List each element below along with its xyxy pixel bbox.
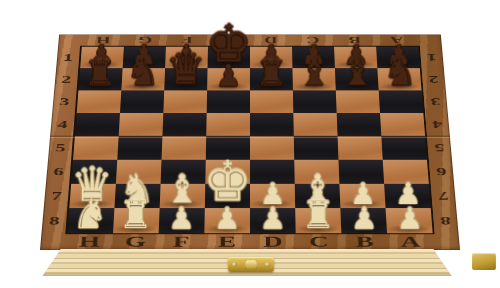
chess-board: HGFEDCBA 12345678 12345678 HGFEDCBA ♟♟♟♚… xyxy=(40,36,460,250)
dark-knight-glyph: ♞ xyxy=(126,55,159,90)
piece-dark-bishop-C2: ♝ xyxy=(292,68,335,90)
light-pawn-glyph: ♟ xyxy=(396,204,423,232)
piece-dark-rook-H2: ♜ xyxy=(78,68,122,90)
brass-clasp xyxy=(228,257,274,272)
dark-queen-glyph: ♛ xyxy=(166,47,206,90)
rank-label-right-1: 1 xyxy=(420,47,444,69)
piece-light-pawn-B8: ♟ xyxy=(340,208,387,233)
piece-light-knight-H8: ♞ xyxy=(67,208,114,233)
light-pawn-glyph: ♟ xyxy=(351,204,378,232)
light-rook-glyph: ♜ xyxy=(119,197,153,233)
file-labels-bottom: HGFEDCBA xyxy=(66,233,434,250)
file-label-top-E: E xyxy=(208,35,250,46)
pieces-layer: ♟♟♟♚♟♟♟♟♜♞♛♟♜♝♝♞♛♞♝♚♟♝♟♟♞♜♟♟♟♜♟♟ xyxy=(40,35,460,250)
piece-dark-bishop-B2: ♝ xyxy=(335,68,379,90)
dark-pawn-glyph: ♟ xyxy=(216,63,241,90)
rank-label-right-5: 5 xyxy=(427,136,452,160)
light-rook-glyph: ♜ xyxy=(302,197,336,233)
dark-knight-glyph: ♞ xyxy=(383,55,416,90)
piece-light-pawn-F8: ♟ xyxy=(159,208,205,233)
piece-dark-queen-F2: ♛ xyxy=(164,68,207,90)
rank-label-right-6: 6 xyxy=(429,160,454,184)
file-label-top-B: B xyxy=(334,35,376,46)
file-labels-top: HGFEDCBA xyxy=(82,35,418,46)
rank-label-right-7: 7 xyxy=(431,184,457,209)
file-label-top-A: A xyxy=(375,35,418,46)
clasp-screw xyxy=(232,262,237,267)
box-front-edge xyxy=(40,249,460,276)
rank-label-right-4: 4 xyxy=(425,113,450,136)
piece-dark-knight-A2: ♞ xyxy=(377,68,421,90)
light-pawn-glyph: ♟ xyxy=(214,204,241,232)
light-pawn-glyph: ♟ xyxy=(259,204,286,232)
file-label-top-H: H xyxy=(82,35,125,46)
dark-bishop-glyph: ♝ xyxy=(298,55,331,90)
light-knight-glyph: ♞ xyxy=(72,195,108,233)
piece-light-pawn-E8: ♟ xyxy=(204,208,250,233)
rank-label-right-3: 3 xyxy=(423,90,447,113)
piece-dark-rook-D2: ♜ xyxy=(250,68,293,90)
rank-label-right-2: 2 xyxy=(422,68,446,90)
piece-light-rook-C8: ♜ xyxy=(295,208,341,233)
product-photo-scene: HGFEDCBA 12345678 12345678 HGFEDCBA ♟♟♟♚… xyxy=(0,0,500,288)
dark-rook-glyph: ♜ xyxy=(256,56,288,90)
clasp-screw xyxy=(265,262,270,267)
file-label-top-F: F xyxy=(166,35,208,46)
piece-dark-pawn-E2: ♟ xyxy=(207,68,250,90)
file-label-top-C: C xyxy=(292,35,334,46)
board-plane: HGFEDCBA 12345678 12345678 HGFEDCBA ♟♟♟♚… xyxy=(40,35,460,250)
piece-light-pawn-A8: ♟ xyxy=(386,208,433,233)
piece-light-rook-G8: ♜ xyxy=(113,208,160,233)
dark-rook-glyph: ♜ xyxy=(84,56,116,90)
file-label-top-G: G xyxy=(124,35,166,46)
dark-bishop-glyph: ♝ xyxy=(340,55,373,90)
light-pawn-glyph: ♟ xyxy=(168,204,195,232)
brass-hinge xyxy=(472,253,496,270)
rank-label-right-8: 8 xyxy=(433,208,459,233)
clasp-keeper xyxy=(245,260,257,269)
piece-light-pawn-D8: ♟ xyxy=(250,208,296,233)
piece-dark-knight-G2: ♞ xyxy=(121,68,165,90)
file-label-top-D: D xyxy=(250,35,292,46)
